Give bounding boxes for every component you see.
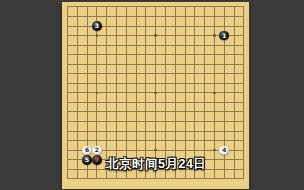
intersection (92, 174, 102, 184)
intersection (92, 164, 102, 174)
intersection (151, 117, 161, 127)
intersection (141, 12, 151, 22)
intersection (121, 21, 131, 31)
intersection (63, 107, 73, 117)
intersection (92, 12, 102, 22)
intersection (219, 155, 229, 165)
intersection (210, 164, 220, 174)
intersection (72, 40, 82, 50)
intersection (161, 12, 171, 22)
intersection (112, 31, 122, 41)
intersection (229, 164, 239, 174)
intersection (161, 136, 171, 146)
intersection (200, 2, 210, 12)
intersection (112, 136, 122, 146)
intersection (72, 21, 82, 31)
intersection (82, 126, 92, 136)
intersection (151, 136, 161, 146)
intersection (112, 21, 122, 31)
intersection (219, 107, 229, 117)
intersection (229, 136, 239, 146)
intersection (210, 50, 220, 60)
intersection (219, 164, 229, 174)
star-point-icon (213, 92, 216, 95)
intersection (102, 107, 112, 117)
intersection (229, 79, 239, 89)
intersection (131, 40, 141, 50)
stone-black-C3: 5 (82, 155, 92, 165)
intersection (141, 88, 151, 98)
intersection (151, 40, 161, 50)
intersection (161, 174, 171, 184)
intersection (200, 98, 210, 108)
intersection (141, 107, 151, 117)
intersection (229, 155, 239, 165)
intersection (63, 126, 73, 136)
intersection (161, 79, 171, 89)
intersection (131, 126, 141, 136)
intersection (239, 126, 249, 136)
intersection (63, 40, 73, 50)
intersection (219, 136, 229, 146)
intersection (170, 145, 180, 155)
intersection (92, 136, 102, 146)
stone-white-C4: 6 (82, 146, 92, 156)
intersection (190, 69, 200, 79)
intersection (200, 50, 210, 60)
intersection (82, 21, 92, 31)
intersection (131, 69, 141, 79)
intersection (190, 21, 200, 31)
intersection (210, 136, 220, 146)
intersection (200, 174, 210, 184)
intersection (63, 79, 73, 89)
intersection (190, 12, 200, 22)
star-point-icon (154, 149, 157, 152)
intersection (121, 40, 131, 50)
intersection (180, 117, 190, 127)
intersection (102, 59, 112, 69)
intersection (82, 79, 92, 89)
intersection (239, 155, 249, 165)
intersection (219, 69, 229, 79)
intersection (121, 31, 131, 41)
intersection (210, 155, 220, 165)
intersection (239, 145, 249, 155)
intersection (112, 50, 122, 60)
intersection (210, 40, 220, 50)
intersection (180, 107, 190, 117)
intersection (210, 79, 220, 89)
intersection (112, 117, 122, 127)
intersection (112, 98, 122, 108)
intersection (102, 50, 112, 60)
move-number-label: 7 (95, 157, 99, 163)
intersection (131, 136, 141, 146)
intersection (170, 2, 180, 12)
intersection (131, 59, 141, 69)
intersection (63, 145, 73, 155)
star-point-icon (213, 149, 216, 152)
intersection (82, 164, 92, 174)
intersection (210, 69, 220, 79)
intersection (190, 145, 200, 155)
intersection (121, 107, 131, 117)
intersection (72, 155, 82, 165)
intersection (190, 136, 200, 146)
intersection (112, 12, 122, 22)
intersection (102, 98, 112, 108)
intersection (161, 21, 171, 31)
intersection (82, 2, 92, 12)
intersection (190, 79, 200, 89)
intersection (82, 50, 92, 60)
intersection (72, 31, 82, 41)
intersection (229, 107, 239, 117)
intersection (63, 155, 73, 165)
intersection (170, 136, 180, 146)
intersection (72, 59, 82, 69)
intersection (190, 31, 200, 41)
intersection (112, 40, 122, 50)
intersection (200, 21, 210, 31)
intersection (219, 40, 229, 50)
intersection (219, 21, 229, 31)
intersection (219, 174, 229, 184)
intersection (200, 107, 210, 117)
intersection (180, 79, 190, 89)
intersection (102, 21, 112, 31)
intersection (72, 164, 82, 174)
intersection (131, 145, 141, 155)
intersection (141, 59, 151, 69)
intersection (131, 31, 141, 41)
intersection (151, 107, 161, 117)
intersection (161, 69, 171, 79)
intersection (63, 69, 73, 79)
intersection (151, 174, 161, 184)
intersection (229, 50, 239, 60)
intersection (102, 40, 112, 50)
intersection (63, 136, 73, 146)
intersection (161, 126, 171, 136)
video-frame: 1234567 北京时间5月24日 (0, 0, 304, 190)
intersection (102, 69, 112, 79)
intersection (180, 2, 190, 12)
intersection (92, 98, 102, 108)
intersection (141, 50, 151, 60)
stone-white-R4: 4 (219, 146, 229, 156)
intersection (72, 107, 82, 117)
intersection (121, 59, 131, 69)
caption-overlay: 北京时间5月24日 (106, 156, 206, 173)
intersection (239, 174, 249, 184)
intersection (121, 145, 131, 155)
intersection (141, 31, 151, 41)
intersection (239, 12, 249, 22)
intersection (229, 174, 239, 184)
intersection (72, 174, 82, 184)
intersection (161, 88, 171, 98)
intersection (82, 88, 92, 98)
intersection (170, 117, 180, 127)
intersection (141, 145, 151, 155)
star-point-icon (96, 92, 99, 95)
intersection (239, 59, 249, 69)
intersection (219, 98, 229, 108)
intersection (112, 69, 122, 79)
intersection (200, 40, 210, 50)
intersection (180, 174, 190, 184)
intersection (229, 40, 239, 50)
intersection (229, 21, 239, 31)
intersection (92, 31, 102, 41)
intersection (151, 2, 161, 12)
intersection (151, 31, 161, 41)
intersection (170, 40, 180, 50)
intersection (131, 12, 141, 22)
intersection (190, 2, 200, 12)
intersection (200, 79, 210, 89)
intersection (210, 98, 220, 108)
intersection (131, 21, 141, 31)
intersection (141, 69, 151, 79)
intersection (82, 174, 92, 184)
intersection (131, 79, 141, 89)
intersection (121, 79, 131, 89)
intersection (121, 88, 131, 98)
intersection (229, 69, 239, 79)
intersection (121, 12, 131, 22)
intersection (63, 12, 73, 22)
intersection (161, 145, 171, 155)
intersection (131, 107, 141, 117)
intersection (92, 117, 102, 127)
intersection (219, 2, 229, 12)
intersection (82, 31, 92, 41)
intersection (151, 88, 161, 98)
intersection (170, 174, 180, 184)
intersection (210, 31, 220, 41)
intersection (72, 79, 82, 89)
intersection (72, 117, 82, 127)
intersection (112, 59, 122, 69)
star-point-icon (154, 34, 157, 37)
intersection (170, 31, 180, 41)
intersection (72, 145, 82, 155)
intersection (102, 136, 112, 146)
intersection (210, 107, 220, 117)
intersection (190, 117, 200, 127)
intersection (180, 136, 190, 146)
intersection (131, 50, 141, 60)
intersection (72, 2, 82, 12)
intersection (210, 145, 220, 155)
intersection (151, 69, 161, 79)
intersection (200, 88, 210, 98)
intersection (219, 50, 229, 60)
intersection (219, 126, 229, 136)
intersection (92, 40, 102, 50)
intersection (72, 88, 82, 98)
intersection (121, 2, 131, 12)
intersection (200, 59, 210, 69)
intersection (92, 126, 102, 136)
intersection (190, 88, 200, 98)
intersection (239, 88, 249, 98)
intersection (92, 50, 102, 60)
intersection (112, 2, 122, 12)
intersection (170, 59, 180, 69)
move-number-label: 1 (222, 33, 226, 39)
move-number-label: 6 (85, 148, 89, 154)
intersection (180, 126, 190, 136)
intersection (180, 98, 190, 108)
intersection (239, 79, 249, 89)
intersection (239, 31, 249, 41)
intersection (200, 69, 210, 79)
intersection (63, 98, 73, 108)
intersection (161, 2, 171, 12)
intersection (190, 59, 200, 69)
intersection (131, 174, 141, 184)
intersection (102, 88, 112, 98)
intersection (161, 31, 171, 41)
intersection (229, 145, 239, 155)
intersection (102, 31, 112, 41)
intersection (141, 174, 151, 184)
intersection (190, 98, 200, 108)
intersection (82, 136, 92, 146)
intersection (92, 107, 102, 117)
intersection (190, 50, 200, 60)
intersection (141, 79, 151, 89)
intersection (102, 126, 112, 136)
intersection (151, 50, 161, 60)
intersection (161, 117, 171, 127)
intersection (102, 174, 112, 184)
intersection (170, 79, 180, 89)
stone-black-D17: 3 (92, 21, 102, 31)
intersection (229, 59, 239, 69)
intersection (229, 31, 239, 41)
star-point-icon (213, 34, 216, 37)
move-number-label: 2 (95, 148, 99, 154)
intersection (229, 88, 239, 98)
intersection (82, 98, 92, 108)
move-number-label: 3 (95, 23, 99, 29)
intersection (170, 21, 180, 31)
intersection (131, 98, 141, 108)
intersection (63, 2, 73, 12)
intersection (102, 79, 112, 89)
intersection (180, 88, 190, 98)
intersection (63, 21, 73, 31)
stone-black-D3: 7 (92, 155, 102, 165)
intersection (200, 126, 210, 136)
intersection (219, 88, 229, 98)
intersection (210, 12, 220, 22)
intersection (170, 69, 180, 79)
intersection (210, 88, 220, 98)
intersection (239, 164, 249, 174)
intersection (102, 2, 112, 12)
intersection (72, 50, 82, 60)
move-number-label: 4 (222, 148, 226, 154)
intersection (131, 88, 141, 98)
intersection (180, 145, 190, 155)
intersection (141, 21, 151, 31)
intersection (121, 117, 131, 127)
intersection (82, 12, 92, 22)
intersection (180, 31, 190, 41)
intersection (239, 136, 249, 146)
intersection (92, 2, 102, 12)
intersection (180, 50, 190, 60)
intersection (112, 107, 122, 117)
intersection (190, 126, 200, 136)
intersection (190, 107, 200, 117)
intersection (121, 174, 131, 184)
intersection (82, 40, 92, 50)
intersection (180, 12, 190, 22)
intersection (170, 107, 180, 117)
intersection (92, 79, 102, 89)
intersection (141, 2, 151, 12)
intersection (210, 174, 220, 184)
intersection (239, 117, 249, 127)
intersection (121, 136, 131, 146)
intersection (72, 126, 82, 136)
intersection (63, 59, 73, 69)
intersection (219, 12, 229, 22)
intersection (200, 117, 210, 127)
intersection (161, 107, 171, 117)
intersection (190, 174, 200, 184)
intersection (63, 88, 73, 98)
intersection (219, 117, 229, 127)
intersection (229, 98, 239, 108)
intersection (229, 126, 239, 136)
intersection (72, 69, 82, 79)
intersection (112, 88, 122, 98)
intersection (210, 2, 220, 12)
intersection (229, 2, 239, 12)
intersection (112, 79, 122, 89)
intersection (151, 79, 161, 89)
intersection (180, 69, 190, 79)
intersection (141, 117, 151, 127)
intersection (210, 59, 220, 69)
intersection (141, 40, 151, 50)
move-number-label: 5 (85, 157, 89, 163)
intersection (112, 174, 122, 184)
intersection (239, 2, 249, 12)
intersection (92, 69, 102, 79)
star-point-icon (154, 92, 157, 95)
star-point-icon (96, 34, 99, 37)
intersection (200, 136, 210, 146)
intersection (200, 145, 210, 155)
intersection (102, 12, 112, 22)
intersection (210, 126, 220, 136)
intersection (151, 12, 161, 22)
intersection (161, 40, 171, 50)
intersection (151, 126, 161, 136)
intersection (161, 59, 171, 69)
intersection (151, 145, 161, 155)
intersection (82, 69, 92, 79)
